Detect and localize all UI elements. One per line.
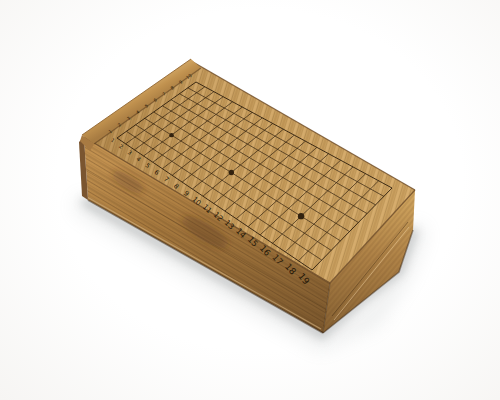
go-board-box-photo: 1234567891011121314151617181912345678910: [0, 0, 500, 400]
star-point: [169, 133, 173, 137]
star-point: [298, 213, 304, 219]
board-3d-render: 1234567891011121314151617181912345678910: [0, 0, 500, 400]
star-point: [229, 170, 234, 175]
